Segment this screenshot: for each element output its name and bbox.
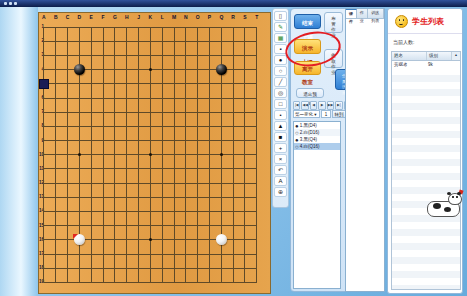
- nav-button-5[interactable]: ▶|: [335, 101, 342, 110]
- intersection-L3[interactable]: [156, 48, 168, 62]
- intersection-D14[interactable]: [73, 204, 85, 218]
- intersection-F3[interactable]: [97, 48, 109, 62]
- intersection-C15[interactable]: [62, 219, 74, 233]
- intersection-Q6[interactable]: [215, 91, 227, 105]
- intersection-B11[interactable]: [50, 162, 62, 176]
- intersection-T1[interactable]: [251, 20, 263, 34]
- intersection-A1[interactable]: [38, 20, 50, 34]
- intersection-N7[interactable]: [180, 105, 192, 119]
- intersection-C7[interactable]: [62, 105, 74, 119]
- intersection-N14[interactable]: [180, 204, 192, 218]
- intersection-L6[interactable]: [156, 91, 168, 105]
- intersection-L16[interactable]: [156, 233, 168, 247]
- intersection-Q3[interactable]: [215, 48, 227, 62]
- intersection-J5[interactable]: [133, 77, 145, 91]
- intersection-M1[interactable]: [168, 20, 180, 34]
- exit-preview-button[interactable]: 退出预览: [296, 88, 324, 98]
- intersection-B12[interactable]: [50, 176, 62, 190]
- intersection-K19[interactable]: [144, 275, 156, 289]
- intersection-M19[interactable]: [168, 275, 180, 289]
- intersection-D7[interactable]: [73, 105, 85, 119]
- intersection-R16[interactable]: [227, 233, 239, 247]
- intersection-N6[interactable]: [180, 91, 192, 105]
- black-stone-icon[interactable]: ●: [274, 55, 287, 65]
- intersection-G6[interactable]: [109, 91, 121, 105]
- column-header-name[interactable]: 姓名: [392, 52, 427, 60]
- intersection-C10[interactable]: [62, 148, 74, 162]
- intersection-J6[interactable]: [133, 91, 145, 105]
- intersection-T15[interactable]: [251, 219, 263, 233]
- intersection-O12[interactable]: [192, 176, 204, 190]
- intersection-C8[interactable]: [62, 119, 74, 133]
- intersection-P14[interactable]: [204, 204, 216, 218]
- letter-tool-icon[interactable]: A: [274, 176, 287, 186]
- intersection-G1[interactable]: [109, 20, 121, 34]
- intersection-F2[interactable]: [97, 34, 109, 48]
- intersection-C2[interactable]: [62, 34, 74, 48]
- intersection-H17[interactable]: [121, 247, 133, 261]
- intersection-L1[interactable]: [156, 20, 168, 34]
- intersection-G15[interactable]: [109, 219, 121, 233]
- intersection-G13[interactable]: [109, 190, 121, 204]
- intersection-E8[interactable]: [85, 119, 97, 133]
- intersection-F8[interactable]: [97, 119, 109, 133]
- intersection-O16[interactable]: [192, 233, 204, 247]
- intersection-P1[interactable]: [204, 20, 216, 34]
- intersection-M2[interactable]: [168, 34, 180, 48]
- intersection-F1[interactable]: [97, 20, 109, 34]
- intersection-Q12[interactable]: [215, 176, 227, 190]
- intersection-M18[interactable]: [168, 261, 180, 275]
- intersection-B16[interactable]: [50, 233, 62, 247]
- intersection-T9[interactable]: [251, 134, 263, 148]
- intersection-R19[interactable]: [227, 275, 239, 289]
- intersection-F19[interactable]: [97, 275, 109, 289]
- intersection-E12[interactable]: [85, 176, 97, 190]
- intersection-L15[interactable]: [156, 219, 168, 233]
- intersection-G7[interactable]: [109, 105, 121, 119]
- intersection-K3[interactable]: [144, 48, 156, 62]
- intersection-A13[interactable]: [38, 190, 50, 204]
- intersection-K5[interactable]: [144, 77, 156, 91]
- intersection-H11[interactable]: [121, 162, 133, 176]
- intersection-Q2[interactable]: [215, 34, 227, 48]
- intersection-N8[interactable]: [180, 119, 192, 133]
- intersection-B5[interactable]: [50, 77, 62, 91]
- intersection-Q11[interactable]: [215, 162, 227, 176]
- intersection-A3[interactable]: [38, 48, 50, 62]
- intersection-O10[interactable]: [192, 148, 204, 162]
- intersection-J7[interactable]: [133, 105, 145, 119]
- intersection-H1[interactable]: [121, 20, 133, 34]
- intersection-T19[interactable]: [251, 275, 263, 289]
- intersection-G8[interactable]: [109, 119, 121, 133]
- intersection-R11[interactable]: [227, 162, 239, 176]
- intersection-O1[interactable]: [192, 20, 204, 34]
- intersection-D10[interactable]: [73, 148, 85, 162]
- intersection-Q7[interactable]: [215, 105, 227, 119]
- intersection-M10[interactable]: [168, 148, 180, 162]
- intersection-H10[interactable]: [121, 148, 133, 162]
- intersection-L14[interactable]: [156, 204, 168, 218]
- intersection-M14[interactable]: [168, 204, 180, 218]
- intersection-C19[interactable]: [62, 275, 74, 289]
- intersection-E6[interactable]: [85, 91, 97, 105]
- intersection-R3[interactable]: [227, 48, 239, 62]
- intersection-N3[interactable]: [180, 48, 192, 62]
- intersection-J4[interactable]: [133, 63, 145, 77]
- intersection-K11[interactable]: [144, 162, 156, 176]
- intersection-M11[interactable]: [168, 162, 180, 176]
- intersection-A10[interactable]: [38, 148, 50, 162]
- intersection-P17[interactable]: [204, 247, 216, 261]
- intersection-R9[interactable]: [227, 134, 239, 148]
- intersection-J2[interactable]: [133, 34, 145, 48]
- intersection-D13[interactable]: [73, 190, 85, 204]
- intersection-F9[interactable]: [97, 134, 109, 148]
- filled-square-mark-icon[interactable]: ■: [274, 132, 287, 142]
- intersection-R1[interactable]: [227, 20, 239, 34]
- intersection-C16[interactable]: [62, 233, 74, 247]
- white-stone-icon[interactable]: ○: [274, 66, 287, 76]
- intersection-A2[interactable]: [38, 34, 50, 48]
- intersection-Q10[interactable]: [215, 148, 227, 162]
- intersection-B18[interactable]: [50, 261, 62, 275]
- move-row-4[interactable]: ○4.白(Q16): [294, 143, 340, 150]
- intersection-B13[interactable]: [50, 190, 62, 204]
- intersection-B17[interactable]: [50, 247, 62, 261]
- intersection-S5[interactable]: [239, 77, 251, 91]
- intersection-K2[interactable]: [144, 34, 156, 48]
- intersection-T6[interactable]: [251, 91, 263, 105]
- intersection-D12[interactable]: [73, 176, 85, 190]
- intersection-D6[interactable]: [73, 91, 85, 105]
- intersection-O19[interactable]: [192, 275, 204, 289]
- circle-mark-icon[interactable]: ◎: [274, 88, 287, 98]
- intersection-M3[interactable]: [168, 48, 180, 62]
- intersection-T18[interactable]: [251, 261, 263, 275]
- intersection-S11[interactable]: [239, 162, 251, 176]
- intersection-F7[interactable]: [97, 105, 109, 119]
- intersection-H19[interactable]: [121, 275, 133, 289]
- intersection-L5[interactable]: [156, 77, 168, 91]
- board-grid-icon[interactable]: ▦: [274, 33, 287, 43]
- intersection-J12[interactable]: [133, 176, 145, 190]
- intersection-E15[interactable]: [85, 219, 97, 233]
- intersection-O18[interactable]: [192, 261, 204, 275]
- intersection-E10[interactable]: [85, 148, 97, 162]
- intersection-N13[interactable]: [180, 190, 192, 204]
- intersection-M7[interactable]: [168, 105, 180, 119]
- intersection-S13[interactable]: [239, 190, 251, 204]
- intersection-T12[interactable]: [251, 176, 263, 190]
- intersection-P5[interactable]: [204, 77, 216, 91]
- cow-mascot[interactable]: [426, 190, 464, 219]
- intersection-O4[interactable]: [192, 63, 204, 77]
- intersection-C11[interactable]: [62, 162, 74, 176]
- intersection-N19[interactable]: [180, 275, 192, 289]
- intersection-R8[interactable]: [227, 119, 239, 133]
- intersection-N16[interactable]: [180, 233, 192, 247]
- intersection-K17[interactable]: [144, 247, 156, 261]
- intersection-K15[interactable]: [144, 219, 156, 233]
- intersection-E7[interactable]: [85, 105, 97, 119]
- intersection-N15[interactable]: [180, 219, 192, 233]
- triangle-mark-icon[interactable]: ▲: [274, 121, 287, 131]
- intersection-N18[interactable]: [180, 261, 192, 275]
- intersection-T17[interactable]: [251, 247, 263, 261]
- intersection-P12[interactable]: [204, 176, 216, 190]
- intersection-O2[interactable]: [192, 34, 204, 48]
- undo-icon[interactable]: ↶: [274, 165, 287, 175]
- intersection-O17[interactable]: [192, 247, 204, 261]
- intersection-J17[interactable]: [133, 247, 145, 261]
- intersection-Q4[interactable]: [215, 63, 227, 77]
- intersection-H7[interactable]: [121, 105, 133, 119]
- intersection-E1[interactable]: [85, 20, 97, 34]
- intersection-K13[interactable]: [144, 190, 156, 204]
- intersection-E5[interactable]: [85, 77, 97, 91]
- intersection-D5[interactable]: [73, 77, 85, 91]
- new-board-icon[interactable]: ▯: [274, 11, 287, 21]
- intersection-B2[interactable]: [50, 34, 62, 48]
- intersection-R14[interactable]: [227, 204, 239, 218]
- intersection-T3[interactable]: [251, 48, 263, 62]
- line-tool-icon[interactable]: ╱: [274, 77, 287, 87]
- intersection-H12[interactable]: [121, 176, 133, 190]
- intersection-L17[interactable]: [156, 247, 168, 261]
- intersection-S14[interactable]: [239, 204, 251, 218]
- intersection-T10[interactable]: [251, 148, 263, 162]
- intersection-G3[interactable]: [109, 48, 121, 62]
- intersection-B8[interactable]: [50, 119, 62, 133]
- intersection-D19[interactable]: [73, 275, 85, 289]
- intersection-P7[interactable]: [204, 105, 216, 119]
- move-row-1[interactable]: ●1.黑(D4): [294, 122, 340, 129]
- intersection-H16[interactable]: [121, 233, 133, 247]
- intersection-C1[interactable]: [62, 20, 74, 34]
- intersection-J11[interactable]: [133, 162, 145, 176]
- intersection-Q17[interactable]: [215, 247, 227, 261]
- leave-room-button[interactable]: 离开教室: [294, 61, 321, 75]
- intersection-F15[interactable]: [97, 219, 109, 233]
- intersection-N12[interactable]: [180, 176, 192, 190]
- intersection-A5[interactable]: [38, 77, 50, 91]
- nav-button-3[interactable]: ▶: [318, 101, 325, 110]
- intersection-F18[interactable]: [97, 261, 109, 275]
- intersection-S10[interactable]: [239, 148, 251, 162]
- intersection-J13[interactable]: [133, 190, 145, 204]
- intersection-L8[interactable]: [156, 119, 168, 133]
- intersection-R2[interactable]: [227, 34, 239, 48]
- intersection-T7[interactable]: [251, 105, 263, 119]
- intersection-K7[interactable]: [144, 105, 156, 119]
- intersection-Q13[interactable]: [215, 190, 227, 204]
- intersection-S4[interactable]: [239, 63, 251, 77]
- intersection-T4[interactable]: [251, 63, 263, 77]
- intersection-F14[interactable]: [97, 204, 109, 218]
- intersection-B10[interactable]: [50, 148, 62, 162]
- intersection-H9[interactable]: [121, 134, 133, 148]
- intersection-R4[interactable]: [227, 63, 239, 77]
- intersection-J3[interactable]: [133, 48, 145, 62]
- black-square-stone-icon[interactable]: ▪: [274, 44, 287, 54]
- intersection-R6[interactable]: [227, 91, 239, 105]
- intersection-K6[interactable]: [144, 91, 156, 105]
- intersection-K4[interactable]: [144, 63, 156, 77]
- intersection-J15[interactable]: [133, 219, 145, 233]
- dot-mark-icon[interactable]: •: [274, 110, 287, 120]
- intersection-N5[interactable]: [180, 77, 192, 91]
- intersection-J14[interactable]: [133, 204, 145, 218]
- intersection-H13[interactable]: [121, 190, 133, 204]
- intersection-A12[interactable]: [38, 176, 50, 190]
- intersection-G5[interactable]: [109, 77, 121, 91]
- intersection-P19[interactable]: [204, 275, 216, 289]
- intersection-E19[interactable]: [85, 275, 97, 289]
- intersection-S16[interactable]: [239, 233, 251, 247]
- intersection-J18[interactable]: [133, 261, 145, 275]
- square-mark-icon[interactable]: □: [274, 99, 287, 109]
- intersection-G10[interactable]: [109, 148, 121, 162]
- intersection-M15[interactable]: [168, 219, 180, 233]
- intersection-O3[interactable]: [192, 48, 204, 62]
- tab-3[interactable]: 训练列表: [368, 9, 385, 18]
- intersection-O7[interactable]: [192, 105, 204, 119]
- intersection-R17[interactable]: [227, 247, 239, 261]
- intersection-D11[interactable]: [73, 162, 85, 176]
- intersection-M8[interactable]: [168, 119, 180, 133]
- intersection-D9[interactable]: [73, 134, 85, 148]
- intersection-P9[interactable]: [204, 134, 216, 148]
- intersection-T2[interactable]: [251, 34, 263, 48]
- intersection-C12[interactable]: [62, 176, 74, 190]
- intersection-T11[interactable]: [251, 162, 263, 176]
- intersection-O9[interactable]: [192, 134, 204, 148]
- intersection-H14[interactable]: [121, 204, 133, 218]
- assign-homework-button[interactable]: 布置 作业: [324, 12, 343, 33]
- intersection-C17[interactable]: [62, 247, 74, 261]
- intersection-K8[interactable]: [144, 119, 156, 133]
- intersection-E17[interactable]: [85, 247, 97, 261]
- intersection-G11[interactable]: [109, 162, 121, 176]
- intersection-B19[interactable]: [50, 275, 62, 289]
- intersection-E9[interactable]: [85, 134, 97, 148]
- intersection-P13[interactable]: [204, 190, 216, 204]
- intersection-B7[interactable]: [50, 105, 62, 119]
- intersection-L2[interactable]: [156, 34, 168, 48]
- intersection-S12[interactable]: [239, 176, 251, 190]
- intersection-G19[interactable]: [109, 275, 121, 289]
- intersection-O8[interactable]: [192, 119, 204, 133]
- intersection-J19[interactable]: [133, 275, 145, 289]
- intersection-S17[interactable]: [239, 247, 251, 261]
- intersection-F16[interactable]: [97, 233, 109, 247]
- intersection-Q19[interactable]: [215, 275, 227, 289]
- intersection-B4[interactable]: [50, 63, 62, 77]
- intersection-S3[interactable]: [239, 48, 251, 62]
- intersection-A11[interactable]: [38, 162, 50, 176]
- intersection-K10[interactable]: [144, 148, 156, 162]
- intersection-D2[interactable]: [73, 34, 85, 48]
- intersection-S18[interactable]: [239, 261, 251, 275]
- intersection-P10[interactable]: [204, 148, 216, 162]
- intersection-A9[interactable]: [38, 134, 50, 148]
- intersection-N11[interactable]: [180, 162, 192, 176]
- intersection-A6[interactable]: [38, 91, 50, 105]
- intersection-H6[interactable]: [121, 91, 133, 105]
- intersection-H5[interactable]: [121, 77, 133, 91]
- window-control-icon[interactable]: [4, 2, 7, 5]
- intersection-B6[interactable]: [50, 91, 62, 105]
- intersection-G9[interactable]: [109, 134, 121, 148]
- intersection-M13[interactable]: [168, 190, 180, 204]
- intersection-B9[interactable]: [50, 134, 62, 148]
- intersection-H3[interactable]: [121, 48, 133, 62]
- intersection-A14[interactable]: [38, 204, 50, 218]
- intersection-B3[interactable]: [50, 48, 62, 62]
- intersection-D16[interactable]: [73, 233, 85, 247]
- intersection-S9[interactable]: [239, 134, 251, 148]
- intersection-L4[interactable]: [156, 63, 168, 77]
- intersection-F17[interactable]: [97, 247, 109, 261]
- intersection-B14[interactable]: [50, 204, 62, 218]
- intersection-P18[interactable]: [204, 261, 216, 275]
- intersection-D4[interactable]: [73, 63, 85, 77]
- intersection-R13[interactable]: [227, 190, 239, 204]
- intersection-Q18[interactable]: [215, 261, 227, 275]
- intersection-P8[interactable]: [204, 119, 216, 133]
- intersection-F10[interactable]: [97, 148, 109, 162]
- intersection-P15[interactable]: [204, 219, 216, 233]
- intersection-S8[interactable]: [239, 119, 251, 133]
- intersection-S19[interactable]: [239, 275, 251, 289]
- intersection-C4[interactable]: [62, 63, 74, 77]
- intersection-K12[interactable]: [144, 176, 156, 190]
- intersection-Q9[interactable]: [215, 134, 227, 148]
- intersection-J1[interactable]: [133, 20, 145, 34]
- intersection-G4[interactable]: [109, 63, 121, 77]
- intersection-T8[interactable]: [251, 119, 263, 133]
- intersection-A16[interactable]: [38, 233, 50, 247]
- intersection-E13[interactable]: [85, 190, 97, 204]
- intersection-K1[interactable]: [144, 20, 156, 34]
- intersection-O13[interactable]: [192, 190, 204, 204]
- intersection-L10[interactable]: [156, 148, 168, 162]
- intersection-R10[interactable]: [227, 148, 239, 162]
- intersection-S6[interactable]: [239, 91, 251, 105]
- intersection-F11[interactable]: [97, 162, 109, 176]
- jump-button[interactable]: 转到: [332, 110, 346, 118]
- intersection-O14[interactable]: [192, 204, 204, 218]
- intersection-J16[interactable]: [133, 233, 145, 247]
- intersection-E11[interactable]: [85, 162, 97, 176]
- intersection-N4[interactable]: [180, 63, 192, 77]
- move-number-input[interactable]: 1: [321, 110, 331, 118]
- intersection-P6[interactable]: [204, 91, 216, 105]
- intersection-J8[interactable]: [133, 119, 145, 133]
- intersection-B15[interactable]: [50, 219, 62, 233]
- variation-select[interactable]: 第一变化 ▾: [293, 110, 320, 118]
- intersection-K16[interactable]: [144, 233, 156, 247]
- intersection-Q14[interactable]: [215, 204, 227, 218]
- intersection-Q15[interactable]: [215, 219, 227, 233]
- intersection-C14[interactable]: [62, 204, 74, 218]
- intersection-N9[interactable]: [180, 134, 192, 148]
- end-class-button[interactable]: 结束上课: [294, 14, 321, 29]
- intersection-D15[interactable]: [73, 219, 85, 233]
- intersection-E4[interactable]: [85, 63, 97, 77]
